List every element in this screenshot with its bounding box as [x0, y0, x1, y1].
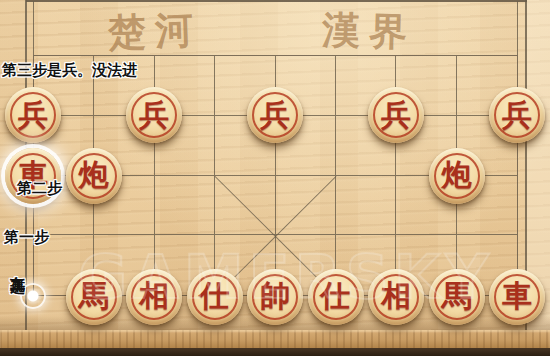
annotation-move-notation: 车九进二 [9, 263, 26, 349]
piece-chariot[interactable]: 車 [489, 269, 545, 325]
piece-pawn[interactable]: 兵 [368, 87, 424, 143]
piece-cannon[interactable]: 炮 [429, 148, 485, 204]
edge-file-line-right [517, 1, 518, 55]
piece-cannon[interactable]: 炮 [66, 148, 122, 204]
piece-character: 馬 [429, 269, 485, 325]
piece-character: 炮 [429, 148, 485, 204]
piece-character: 兵 [489, 87, 545, 143]
piece-horse[interactable]: 馬 [66, 269, 122, 325]
piece-general[interactable]: 帥 [247, 269, 303, 325]
piece-character: 仕 [187, 269, 243, 325]
annotation-step2: 第二步 [17, 180, 62, 197]
piece-character: 兵 [5, 87, 61, 143]
xiangqi-game-screen: 楚河 漢界 GAMERSKY 兵兵兵兵兵車炮炮馬相仕帥仕相馬車 第三步是兵。没法… [0, 0, 550, 356]
piece-character: 車 [489, 269, 545, 325]
piece-character: 炮 [66, 148, 122, 204]
piece-pawn[interactable]: 兵 [247, 87, 303, 143]
piece-character: 相 [126, 269, 182, 325]
piece-elephant[interactable]: 相 [368, 269, 424, 325]
piece-character: 帥 [247, 269, 303, 325]
piece-character: 兵 [368, 87, 424, 143]
board-cell[interactable] [155, 176, 215, 236]
board-base-band [0, 348, 550, 356]
board-front-bevel [0, 330, 550, 348]
annotation-step1: 第一步 [4, 229, 49, 246]
annotation-step3: 第三步是兵。没法进 [2, 62, 137, 79]
piece-horse[interactable]: 馬 [429, 269, 485, 325]
piece-character: 仕 [308, 269, 364, 325]
river-label-han: 漢界 [321, 5, 416, 58]
piece-character: 相 [368, 269, 424, 325]
piece-pawn[interactable]: 兵 [5, 87, 61, 143]
piece-pawn[interactable]: 兵 [126, 87, 182, 143]
river-top-line [26, 0, 527, 2]
edge-file-line-left [33, 1, 34, 55]
piece-advisor[interactable]: 仕 [308, 269, 364, 325]
board-cell[interactable] [336, 176, 396, 236]
river-label-chu: 楚河 [107, 4, 203, 58]
piece-pawn[interactable]: 兵 [489, 87, 545, 143]
piece-character: 馬 [66, 269, 122, 325]
piece-advisor[interactable]: 仕 [187, 269, 243, 325]
piece-character: 兵 [247, 87, 303, 143]
piece-elephant[interactable]: 相 [126, 269, 182, 325]
piece-character: 兵 [126, 87, 182, 143]
